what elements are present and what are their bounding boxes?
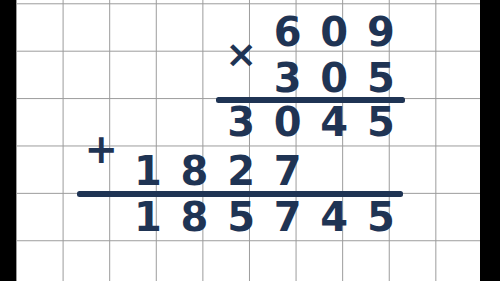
plus-sign-icon: +: [78, 126, 125, 173]
product-digit: 7: [264, 194, 311, 241]
multiplier-digit: 0: [311, 55, 358, 102]
partial-product-2-digit: 1: [125, 148, 172, 195]
partial-product-1-digit: 3: [218, 99, 265, 146]
multiplier-digit: 5: [358, 55, 405, 102]
multiplier-digit: 3: [264, 55, 311, 102]
partial-product-2-digit: 8: [171, 148, 218, 195]
multiplicand-digit: 0: [311, 9, 358, 56]
multiplicand-digit: 6: [264, 9, 311, 56]
product-digit: 5: [358, 194, 405, 241]
partial-product-1-row: 3 0 4 5: [218, 99, 404, 146]
multiplicand-digit: 9: [358, 9, 405, 56]
product-row: 1 8 5 7 4 5: [125, 194, 405, 241]
multiplicand-row: 6 0 9: [264, 9, 404, 56]
partial-product-2-digit: 2: [218, 148, 265, 195]
product-digit: 4: [311, 194, 358, 241]
product-digit: 5: [218, 194, 265, 241]
multiplier-row: 3 0 5: [264, 55, 404, 102]
partial-product-1-digit: 5: [358, 99, 405, 146]
worksheet-frame: 6 0 9 × 3 0 5 3 0 4 5 + 1 8 2 7 1 8 5: [0, 0, 500, 281]
multiply-sign-icon: ×: [218, 31, 265, 78]
partial-product-2-digit: 7: [264, 148, 311, 195]
partial-product-2-row: 1 8 2 7: [125, 148, 311, 195]
grid-paper: 6 0 9 × 3 0 5 3 0 4 5 + 1 8 2 7 1 8 5: [16, 0, 480, 281]
product-digit: 8: [171, 194, 218, 241]
partial-product-1-digit: 0: [264, 99, 311, 146]
partial-product-1-digit: 4: [311, 99, 358, 146]
product-digit: 1: [125, 194, 172, 241]
